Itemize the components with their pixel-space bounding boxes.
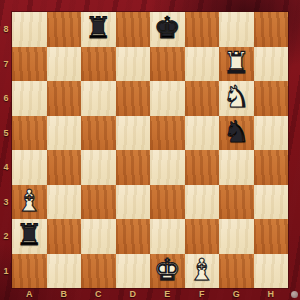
piece-black-rook-c8: ♜ — [85, 13, 112, 43]
square-f5[interactable] — [185, 116, 220, 151]
square-g1[interactable] — [219, 254, 254, 289]
square-a4[interactable] — [12, 150, 47, 185]
file-label-e: E — [150, 288, 185, 300]
piece-white-bishop-a3: ♝ — [16, 186, 43, 216]
square-d1[interactable] — [116, 254, 151, 289]
rank-label-5: 5 — [0, 116, 12, 151]
file-label-g: G — [219, 288, 254, 300]
square-h8[interactable] — [254, 12, 289, 47]
piece-white-king-e1: ♚ — [154, 255, 181, 285]
square-f8[interactable] — [185, 12, 220, 47]
square-e6[interactable] — [150, 81, 185, 116]
rank-label-8: 8 — [0, 12, 12, 47]
square-g7[interactable]: ♜ — [219, 47, 254, 82]
square-g3[interactable] — [219, 185, 254, 220]
square-b3[interactable] — [47, 185, 82, 220]
square-e8[interactable]: ♚ — [150, 12, 185, 47]
square-f2[interactable] — [185, 219, 220, 254]
square-c6[interactable] — [81, 81, 116, 116]
square-b6[interactable] — [47, 81, 82, 116]
square-f7[interactable] — [185, 47, 220, 82]
square-a1[interactable] — [12, 254, 47, 289]
square-b2[interactable] — [47, 219, 82, 254]
square-d8[interactable] — [116, 12, 151, 47]
square-b5[interactable] — [47, 116, 82, 151]
square-c4[interactable] — [81, 150, 116, 185]
square-b4[interactable] — [47, 150, 82, 185]
file-label-b: B — [47, 288, 82, 300]
square-c3[interactable] — [81, 185, 116, 220]
square-h1[interactable] — [254, 254, 289, 289]
piece-black-rook-a2: ♜ — [16, 220, 43, 250]
square-e7[interactable] — [150, 47, 185, 82]
piece-black-king-e8: ♚ — [154, 13, 181, 43]
square-b1[interactable] — [47, 254, 82, 289]
rank-label-4: 4 — [0, 150, 12, 185]
square-a8[interactable] — [12, 12, 47, 47]
square-f1[interactable]: ♝ — [185, 254, 220, 289]
rank-label-6: 6 — [0, 81, 12, 116]
square-d6[interactable] — [116, 81, 151, 116]
square-h4[interactable] — [254, 150, 289, 185]
square-h6[interactable] — [254, 81, 289, 116]
square-f6[interactable] — [185, 81, 220, 116]
square-c7[interactable] — [81, 47, 116, 82]
square-g8[interactable] — [219, 12, 254, 47]
square-e2[interactable] — [150, 219, 185, 254]
square-c5[interactable] — [81, 116, 116, 151]
watermark-dot — [291, 291, 298, 298]
piece-white-bishop-f1: ♝ — [188, 255, 215, 285]
file-label-c: C — [81, 288, 116, 300]
square-c1[interactable] — [81, 254, 116, 289]
file-label-h: H — [254, 288, 289, 300]
square-g4[interactable] — [219, 150, 254, 185]
rank-label-2: 2 — [0, 219, 12, 254]
square-f3[interactable] — [185, 185, 220, 220]
square-d4[interactable] — [116, 150, 151, 185]
square-f4[interactable] — [185, 150, 220, 185]
square-e4[interactable] — [150, 150, 185, 185]
rank-label-1: 1 — [0, 254, 12, 289]
chess-board-frame: ♜♚♜♞♞♝♜♚♝ 87654321ABCDEFGH — [0, 0, 300, 300]
square-d2[interactable] — [116, 219, 151, 254]
piece-white-knight-g6: ♞ — [223, 82, 250, 112]
square-d3[interactable] — [116, 185, 151, 220]
file-label-a: A — [12, 288, 47, 300]
square-h2[interactable] — [254, 219, 289, 254]
square-a5[interactable] — [12, 116, 47, 151]
square-h3[interactable] — [254, 185, 289, 220]
square-g5[interactable]: ♞ — [219, 116, 254, 151]
square-a7[interactable] — [12, 47, 47, 82]
square-h5[interactable] — [254, 116, 289, 151]
file-label-d: D — [116, 288, 151, 300]
square-a6[interactable] — [12, 81, 47, 116]
square-g2[interactable] — [219, 219, 254, 254]
square-a2[interactable]: ♜ — [12, 219, 47, 254]
chess-board: ♜♚♜♞♞♝♜♚♝ — [12, 12, 288, 288]
rank-label-7: 7 — [0, 47, 12, 82]
square-b7[interactable] — [47, 47, 82, 82]
square-d7[interactable] — [116, 47, 151, 82]
file-label-f: F — [185, 288, 220, 300]
square-e3[interactable] — [150, 185, 185, 220]
rank-label-3: 3 — [0, 185, 12, 220]
piece-white-rook-g7: ♜ — [223, 48, 250, 78]
square-c8[interactable]: ♜ — [81, 12, 116, 47]
square-g6[interactable]: ♞ — [219, 81, 254, 116]
piece-black-knight-g5: ♞ — [223, 117, 250, 147]
square-d5[interactable] — [116, 116, 151, 151]
square-c2[interactable] — [81, 219, 116, 254]
square-e5[interactable] — [150, 116, 185, 151]
square-h7[interactable] — [254, 47, 289, 82]
square-a3[interactable]: ♝ — [12, 185, 47, 220]
square-b8[interactable] — [47, 12, 82, 47]
square-e1[interactable]: ♚ — [150, 254, 185, 289]
